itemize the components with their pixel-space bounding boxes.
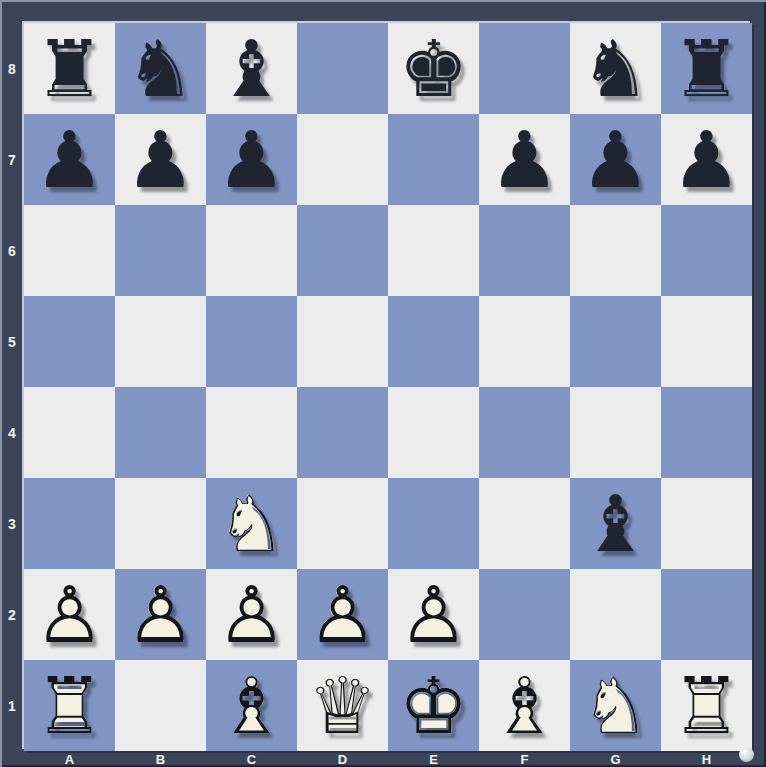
square-h2[interactable]: [661, 569, 752, 660]
piece-outline-glyph: ♙: [24, 569, 115, 660]
file-label-a: A: [24, 751, 115, 767]
piece-glyph: ♟: [206, 569, 297, 660]
white-bishop[interactable]: ♝♗: [479, 660, 570, 751]
square-e4[interactable]: [388, 387, 479, 478]
piece-glyph: ♜: [661, 23, 752, 114]
piece-glyph: ♟: [206, 114, 297, 205]
square-e6[interactable]: [388, 205, 479, 296]
square-a4[interactable]: [24, 387, 115, 478]
rank-label-8: 8: [0, 23, 24, 114]
square-b5[interactable]: [115, 296, 206, 387]
square-e3[interactable]: [388, 478, 479, 569]
piece-outline-glyph: ♙: [297, 569, 388, 660]
square-e1[interactable]: ♚♔: [388, 660, 479, 751]
piece-outline-glyph: ♙: [115, 569, 206, 660]
piece-glyph: ♜: [661, 660, 752, 751]
square-a5[interactable]: [24, 296, 115, 387]
square-e2[interactable]: ♟♙: [388, 569, 479, 660]
black-king[interactable]: ♚: [388, 23, 479, 114]
square-c2[interactable]: ♟♙: [206, 569, 297, 660]
square-g1[interactable]: ♞♘: [570, 660, 661, 751]
piece-glyph: ♝: [479, 660, 570, 751]
piece-glyph: ♟: [24, 569, 115, 660]
square-a6[interactable]: [24, 205, 115, 296]
rank-label-5: 5: [0, 296, 24, 387]
piece-glyph: ♟: [115, 569, 206, 660]
square-b4[interactable]: [115, 387, 206, 478]
square-c7[interactable]: ♟: [206, 114, 297, 205]
square-d8[interactable]: [297, 23, 388, 114]
square-d2[interactable]: ♟♙: [297, 569, 388, 660]
square-h6[interactable]: [661, 205, 752, 296]
square-f5[interactable]: [479, 296, 570, 387]
piece-outline-glyph: ♖: [24, 660, 115, 751]
piece-glyph: ♟: [570, 114, 661, 205]
piece-glyph: ♝: [570, 478, 661, 569]
piece-glyph: ♛: [297, 660, 388, 751]
piece-outline-glyph: ♖: [661, 660, 752, 751]
white-rook[interactable]: ♜♖: [24, 660, 115, 751]
square-d4[interactable]: [297, 387, 388, 478]
square-b1[interactable]: [115, 660, 206, 751]
square-h3[interactable]: [661, 478, 752, 569]
square-c8[interactable]: ♝: [206, 23, 297, 114]
piece-glyph: ♜: [24, 660, 115, 751]
black-knight[interactable]: ♞: [570, 23, 661, 114]
rank-label-7: 7: [0, 114, 24, 205]
black-pawn[interactable]: ♟: [479, 114, 570, 205]
rank-labels: 87654321: [0, 23, 24, 751]
white-pawn[interactable]: ♟♙: [206, 569, 297, 660]
square-f6[interactable]: [479, 205, 570, 296]
square-a7[interactable]: ♟: [24, 114, 115, 205]
square-d6[interactable]: [297, 205, 388, 296]
square-b8[interactable]: ♞: [115, 23, 206, 114]
rank-label-4: 4: [0, 387, 24, 478]
piece-glyph: ♚: [388, 23, 479, 114]
rank-label-6: 6: [0, 205, 24, 296]
square-f4[interactable]: [479, 387, 570, 478]
square-h4[interactable]: [661, 387, 752, 478]
piece-glyph: ♟: [297, 569, 388, 660]
piece-glyph: ♝: [206, 660, 297, 751]
square-c3[interactable]: ♞♘: [206, 478, 297, 569]
square-a2[interactable]: ♟♙: [24, 569, 115, 660]
square-g8[interactable]: ♞: [570, 23, 661, 114]
square-d5[interactable]: [297, 296, 388, 387]
square-f7[interactable]: ♟: [479, 114, 570, 205]
square-h1[interactable]: ♜♖: [661, 660, 752, 751]
square-d1[interactable]: ♛♕: [297, 660, 388, 751]
piece-glyph: ♟: [115, 114, 206, 205]
file-label-c: C: [206, 751, 297, 767]
square-b2[interactable]: ♟♙: [115, 569, 206, 660]
black-rook[interactable]: ♜: [24, 23, 115, 114]
white-knight[interactable]: ♞♘: [570, 660, 661, 751]
white-knight[interactable]: ♞♘: [206, 478, 297, 569]
square-g5[interactable]: [570, 296, 661, 387]
black-pawn[interactable]: ♟: [206, 114, 297, 205]
white-pawn[interactable]: ♟♙: [24, 569, 115, 660]
square-f8[interactable]: [479, 23, 570, 114]
piece-outline-glyph: ♗: [479, 660, 570, 751]
piece-glyph: ♝: [206, 23, 297, 114]
rank-label-1: 1: [0, 660, 24, 751]
square-a3[interactable]: [24, 478, 115, 569]
square-a8[interactable]: ♜: [24, 23, 115, 114]
square-d3[interactable]: [297, 478, 388, 569]
white-pawn[interactable]: ♟♙: [297, 569, 388, 660]
black-rook[interactable]: ♜: [661, 23, 752, 114]
file-label-d: D: [297, 751, 388, 767]
piece-glyph: ♟: [388, 569, 479, 660]
white-queen[interactable]: ♛♕: [297, 660, 388, 751]
file-label-e: E: [388, 751, 479, 767]
piece-outline-glyph: ♙: [206, 569, 297, 660]
piece-glyph: ♟: [24, 114, 115, 205]
square-a1[interactable]: ♜♖: [24, 660, 115, 751]
square-f3[interactable]: [479, 478, 570, 569]
square-c5[interactable]: [206, 296, 297, 387]
square-e7[interactable]: [388, 114, 479, 205]
square-d7[interactable]: [297, 114, 388, 205]
white-rook[interactable]: ♜♖: [661, 660, 752, 751]
white-king[interactable]: ♚♔: [388, 660, 479, 751]
square-h5[interactable]: [661, 296, 752, 387]
piece-glyph: ♞: [115, 23, 206, 114]
piece-glyph: ♟: [661, 114, 752, 205]
square-f2[interactable]: [479, 569, 570, 660]
square-h8[interactable]: ♜: [661, 23, 752, 114]
square-c4[interactable]: [206, 387, 297, 478]
square-g2[interactable]: [570, 569, 661, 660]
piece-outline-glyph: ♔: [388, 660, 479, 751]
square-h7[interactable]: ♟: [661, 114, 752, 205]
square-g7[interactable]: ♟: [570, 114, 661, 205]
square-b6[interactable]: [115, 205, 206, 296]
square-c6[interactable]: [206, 205, 297, 296]
square-b3[interactable]: [115, 478, 206, 569]
black-pawn[interactable]: ♟: [661, 114, 752, 205]
black-pawn[interactable]: ♟: [115, 114, 206, 205]
square-e8[interactable]: ♚: [388, 23, 479, 114]
white-pawn[interactable]: ♟♙: [115, 569, 206, 660]
piece-outline-glyph: ♘: [206, 478, 297, 569]
black-bishop[interactable]: ♝: [206, 23, 297, 114]
piece-outline-glyph: ♕: [297, 660, 388, 751]
piece-outline-glyph: ♙: [388, 569, 479, 660]
file-label-f: F: [479, 751, 570, 767]
piece-outline-glyph: ♗: [206, 660, 297, 751]
piece-glyph: ♜: [24, 23, 115, 114]
square-e5[interactable]: [388, 296, 479, 387]
black-pawn[interactable]: ♟: [24, 114, 115, 205]
black-bishop[interactable]: ♝: [570, 478, 661, 569]
white-bishop[interactable]: ♝♗: [206, 660, 297, 751]
rank-label-3: 3: [0, 478, 24, 569]
black-pawn[interactable]: ♟: [570, 114, 661, 205]
file-labels: ABCDEFGH: [24, 751, 752, 767]
file-label-g: G: [570, 751, 661, 767]
square-g4[interactable]: [570, 387, 661, 478]
piece-outline-glyph: ♘: [570, 660, 661, 751]
square-g3[interactable]: ♝: [570, 478, 661, 569]
board-frame: 87654321 ♜♞♝♚♞♜♟♟♟♟♟♟♞♘♝♟♙♟♙♟♙♟♙♟♙♜♖♝♗♛♕…: [0, 0, 766, 767]
piece-glyph: ♞: [570, 23, 661, 114]
white-pawn[interactable]: ♟♙: [388, 569, 479, 660]
chess-board: ♜♞♝♚♞♜♟♟♟♟♟♟♞♘♝♟♙♟♙♟♙♟♙♟♙♜♖♝♗♛♕♚♔♝♗♞♘♜♖: [24, 23, 752, 751]
rank-label-2: 2: [0, 569, 24, 660]
piece-glyph: ♟: [479, 114, 570, 205]
black-knight[interactable]: ♞: [115, 23, 206, 114]
piece-glyph: ♚: [388, 660, 479, 751]
square-f1[interactable]: ♝♗: [479, 660, 570, 751]
piece-glyph: ♞: [570, 660, 661, 751]
white-to-move-indicator: [739, 747, 754, 762]
piece-glyph: ♞: [206, 478, 297, 569]
square-g6[interactable]: [570, 205, 661, 296]
file-label-b: B: [115, 751, 206, 767]
square-b7[interactable]: ♟: [115, 114, 206, 205]
square-c1[interactable]: ♝♗: [206, 660, 297, 751]
